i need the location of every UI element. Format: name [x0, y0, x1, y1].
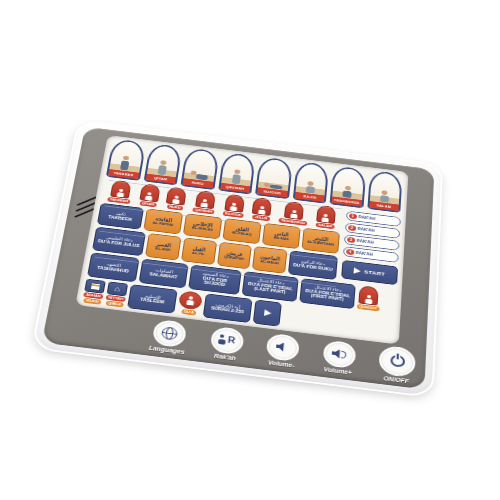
position-label: TASHAHHUD — [332, 197, 362, 207]
icon-button-label-2: QIBLA — [106, 301, 124, 308]
prayer-position-button[interactable]: SUJOOD — [255, 157, 293, 200]
rakah-label: RAK'AH — [356, 239, 373, 245]
control-circle — [378, 344, 416, 377]
prayer-position-button[interactable]: TASHAHHUD — [330, 166, 366, 209]
button-label: AL-FIL — [192, 251, 205, 256]
control-circle — [266, 332, 301, 361]
control-circle — [151, 318, 187, 347]
power-icon — [390, 354, 405, 367]
mini-arch-slot: RUKU — [165, 187, 187, 211]
dua-circle-slot: DU'A — [177, 290, 203, 317]
dua-hands-button[interactable] — [178, 290, 203, 310]
mini-arch-slot: JULUS — [251, 197, 272, 221]
position-label: RUKU — [183, 178, 213, 188]
screen-panel: TAKBEERQIYAMRUKUQAUMAHSUJOODJULUSTASHAHH… — [75, 135, 408, 345]
praying-child-figure — [305, 181, 315, 194]
start-label: START — [364, 270, 385, 277]
volume-down-icon — [275, 342, 290, 353]
control-languages[interactable]: Languages — [149, 318, 189, 354]
icon-button-label-2: WUDU — [83, 298, 101, 305]
position-label: SUJOOD — [257, 187, 287, 197]
button-label: AL-KAWTHAR — [307, 240, 334, 247]
person-icon — [229, 202, 239, 211]
mini-arch-slot: SALAM — [316, 205, 337, 229]
rakah-count-badge: 2 — [348, 225, 356, 231]
dua-button[interactable]: آية الكرسيSURAH 2:255 — [203, 293, 253, 323]
dua-button[interactable]: التسليمTASLEEM — [127, 284, 178, 314]
person-icon — [200, 199, 210, 208]
praying-child-figure — [232, 169, 242, 184]
tablet-body: TAKBEERQIYAMRUKUQAUMAHSUJOODJULUSTASHAHH… — [31, 119, 443, 398]
play-icon — [263, 309, 271, 316]
prayer-position-button[interactable]: RUKU — [180, 148, 219, 191]
prayer-position-button[interactable]: QAUMAH — [218, 152, 256, 195]
start-play-icon — [354, 268, 361, 275]
position-label: QIYAM — [145, 174, 176, 184]
prayer-position-button[interactable]: TAKBEER — [106, 139, 146, 181]
praying-child-figure — [380, 190, 389, 203]
dua-hands-icon — [185, 295, 195, 305]
mini-arch-label: RUKU — [167, 204, 183, 210]
mini-arch-label: JULUS — [252, 215, 269, 221]
mini-arch-slot: SUJOOD — [223, 194, 246, 218]
control-label: Languages — [149, 344, 185, 354]
start-button[interactable]: START — [341, 260, 398, 285]
control-rak-ah[interactable]: Rak'ah — [208, 325, 244, 361]
mini-arch-slot: QAUMAH — [192, 190, 217, 215]
control-volume-[interactable]: Volume- — [265, 332, 300, 368]
person-icon — [289, 210, 299, 219]
qunoot-slot: QUNOOT — [357, 285, 380, 312]
rakah-column: 1RAK'AH2RAK'AH3RAK'AH4RAK'AHSTART — [341, 211, 401, 286]
person-icon — [115, 188, 125, 197]
control-label: Volume+ — [324, 366, 353, 375]
dua-circle-label: DU'A — [182, 309, 197, 316]
control-volume-[interactable]: Volume+ — [321, 339, 356, 375]
mini-arch-label: SALAM — [316, 223, 334, 230]
praying-child-figure — [343, 186, 353, 199]
button-label: AL-ASR — [155, 247, 171, 252]
figure-body — [232, 174, 241, 184]
mini-icon-slot: ⌂NIYYAHQIBLA — [105, 281, 128, 307]
figure-body — [157, 165, 166, 175]
product-photo-scene: TAKBEERQIYAMRUKUQAUMAHSUJOODJULUSTASHAHH… — [0, 0, 500, 500]
rakah-label: RAK'AH — [357, 227, 374, 233]
control-label: Rak'ah — [214, 352, 237, 360]
control-label: Volume- — [268, 359, 295, 368]
position-label: JULUS — [294, 192, 324, 202]
praying-child-figure — [157, 160, 167, 175]
button-label: QURAYSH — [224, 255, 244, 261]
praying-child-figure — [120, 156, 130, 171]
rakah-label: RAK'AH — [358, 215, 375, 221]
mosque-icon: ⌂ — [114, 285, 121, 293]
person-icon — [171, 195, 181, 204]
qunoot-button[interactable] — [359, 285, 379, 305]
button-label: AL-MAUN — [260, 260, 279, 266]
rakah-figure — [218, 339, 226, 345]
rakah-count-badge: 1 — [349, 213, 357, 219]
rakah-icon — [218, 333, 236, 346]
control-circle — [322, 339, 356, 368]
kaaba-icon — [90, 283, 99, 290]
icon-button[interactable]: ⌂ — [107, 281, 128, 296]
prayer-position-button[interactable]: QIYAM — [143, 143, 182, 185]
rakah-label: RAK'AH — [356, 251, 373, 257]
rakah-count-badge: 4 — [346, 249, 354, 255]
button-label: AN-NAS — [273, 236, 289, 241]
prayer-position-button[interactable]: SALAM — [367, 170, 403, 213]
control-circle — [209, 325, 244, 354]
position-label: QAUMAH — [220, 183, 250, 193]
control-label: ON/OFF — [383, 375, 409, 384]
button-label: AL-IKHLAS — [191, 226, 213, 232]
play-button[interactable] — [253, 299, 282, 326]
person-icon — [257, 206, 267, 215]
control-on-off[interactable]: ON/OFF — [378, 344, 416, 384]
person-icon — [144, 192, 154, 201]
volume-up-icon — [332, 348, 347, 359]
mini-icon-slot: ADHANWUDU — [82, 279, 106, 305]
button-label: AL-FALAQ — [232, 231, 252, 237]
rakah-count-badge: 3 — [347, 237, 355, 243]
mini-arch-slot: QIYAM — [138, 183, 160, 207]
position-label: SALAM — [369, 201, 399, 211]
globe-icon — [161, 326, 178, 340]
bezel: TAKBEERQIYAMRUKUQAUMAHSUJOODJULUSTASHAHH… — [42, 127, 435, 390]
icon-button[interactable] — [84, 279, 106, 294]
person-icon — [364, 295, 374, 305]
position-label: TAKBEER — [108, 169, 139, 179]
mini-arch-label: QIYAM — [139, 201, 156, 207]
button-label: AL-FATIHA — [152, 221, 173, 227]
figure-body — [120, 161, 129, 171]
prayer-position-button[interactable]: JULUS — [292, 161, 329, 204]
person-icon — [321, 214, 331, 223]
